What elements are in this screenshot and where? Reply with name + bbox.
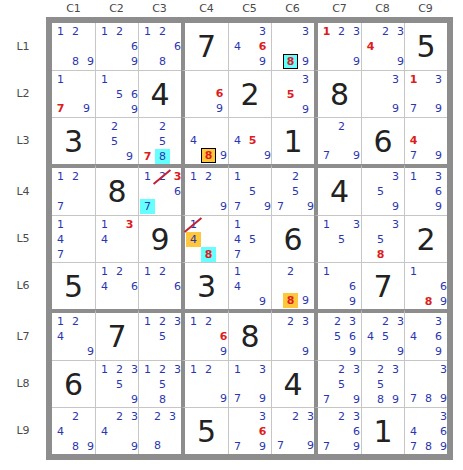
candidate-1[interactable]: 1 [186, 217, 201, 232]
cell-L2C2[interactable]: 1569 [95, 70, 138, 117]
candidate-1[interactable]: 1 [97, 24, 112, 39]
candidate-9[interactable]: 9 [349, 439, 364, 454]
cell-L2C7[interactable]: 8 [314, 70, 361, 117]
cell-L7C7[interactable]: 23569 [314, 309, 361, 360]
cell-L4C6[interactable]: 2579 [271, 164, 314, 215]
candidate-3[interactable]: 3 [388, 217, 403, 232]
candidate-2[interactable]: 2 [283, 314, 298, 329]
candidate-4[interactable]: 4 [406, 133, 421, 148]
cell-L6C1[interactable]: 5 [52, 262, 95, 309]
cell-L5C3[interactable]: 9 [138, 215, 181, 262]
candidate-5[interactable]: 5 [330, 329, 345, 344]
candidate-4[interactable]: 4 [186, 133, 201, 148]
candidate-2[interactable]: 2 [378, 24, 393, 39]
candidate-3[interactable]: 3 [170, 169, 185, 184]
candidate-5[interactable]: 5 [373, 377, 388, 392]
candidate-6[interactable]: 6 [170, 39, 185, 54]
cell-L5C9[interactable]: 2 [404, 215, 447, 262]
candidate-4[interactable]: 4 [230, 232, 245, 247]
cell-L8C9[interactable]: 3789 [404, 360, 447, 407]
cell-L9C4[interactable]: 5 [181, 407, 228, 454]
cell-L9C7[interactable]: 23679 [314, 407, 361, 454]
candidate-7[interactable]: 7 [230, 199, 245, 214]
candidate-8[interactable]: 8 [68, 439, 83, 454]
candidate-6[interactable]: 6 [436, 424, 451, 439]
candidate-7[interactable]: 7 [230, 247, 245, 262]
candidate-4[interactable]: 4 [53, 329, 68, 344]
candidate-2[interactable]: 2 [155, 264, 170, 279]
cell-L7C4[interactable]: 1269 [181, 309, 228, 360]
candidate-3[interactable]: 3 [298, 72, 313, 87]
cell-L6C9[interactable]: 1689 [404, 262, 447, 309]
cell-L6C2[interactable]: 1246 [95, 262, 138, 309]
candidate-5[interactable]: 5 [334, 377, 349, 392]
candidate-5[interactable]: 5 [245, 133, 260, 148]
candidate-6[interactable]: 6 [255, 424, 270, 439]
candidate-2[interactable]: 2 [201, 314, 216, 329]
candidate-3[interactable]: 3 [431, 169, 446, 184]
candidate-2[interactable]: 2 [68, 24, 83, 39]
candidate-7[interactable]: 7 [319, 392, 334, 407]
cell-L8C1[interactable]: 6 [52, 360, 95, 407]
candidate-9[interactable]: 9 [303, 199, 318, 214]
candidate-9[interactable]: 9 [393, 54, 408, 69]
candidate-3[interactable]: 3 [388, 72, 403, 87]
candidate-pos-2 [199, 72, 212, 86]
cell-L9C8[interactable]: 1 [361, 407, 404, 454]
candidate-1[interactable]: 1 [406, 169, 421, 184]
cell-L4C1[interactable]: 127 [52, 164, 95, 215]
candidate-3[interactable]: 3 [122, 217, 137, 232]
candidate-2[interactable]: 2 [373, 362, 388, 377]
candidate-9[interactable]: 9 [260, 148, 275, 163]
candidate-1[interactable]: 1 [97, 72, 112, 87]
cell-L5C5[interactable]: 1457 [228, 215, 271, 262]
candidate-7[interactable]: 7 [406, 439, 421, 454]
candidate-6[interactable]: 6 [345, 329, 360, 344]
cell-L7C5[interactable]: 8 [228, 309, 271, 360]
candidate-7[interactable]: 7 [273, 199, 288, 214]
candidate-5[interactable]: 5 [155, 134, 170, 149]
candidate-9[interactable]: 9 [298, 102, 313, 117]
candidate-2[interactable]: 2 [334, 24, 349, 39]
cell-L3C2[interactable]: 259 [95, 117, 138, 164]
cell-L1C3[interactable]: 1268 [138, 23, 181, 70]
candidate-2[interactable]: 2 [150, 409, 165, 424]
candidate-9[interactable]: 9 [436, 439, 451, 454]
candidate-9[interactable]: 9 [436, 391, 451, 406]
cell-L3C4[interactable]: 489 [181, 117, 228, 164]
candidate-7[interactable]: 7 [140, 149, 155, 164]
candidate-7[interactable]: 7 [53, 199, 68, 214]
candidate-4[interactable]: 4 [406, 424, 421, 439]
cell-L7C9[interactable]: 3469 [404, 309, 447, 360]
candidate-5[interactable]: 5 [245, 232, 260, 247]
cell-L1C6[interactable]: 389 [271, 23, 314, 70]
cell-L3C7[interactable]: 279 [314, 117, 361, 164]
cell-L2C3[interactable]: 4 [138, 70, 181, 117]
candidate-9[interactable]: 9 [349, 148, 364, 163]
candidate-pos-1: 1 [230, 217, 245, 232]
candidate-9[interactable]: 9 [345, 294, 360, 309]
candidate-8[interactable]: 8 [201, 247, 216, 262]
candidate-9[interactable]: 9 [255, 294, 270, 309]
candidate-8[interactable]: 8 [155, 54, 170, 69]
candidate-2[interactable]: 2 [201, 169, 216, 184]
candidate-3[interactable]: 3 [298, 24, 313, 39]
candidate-9[interactable]: 9 [83, 344, 98, 359]
candidate-5[interactable]: 5 [155, 377, 170, 392]
candidate-1[interactable]: 1 [319, 24, 334, 39]
candidate-3[interactable]: 3 [349, 217, 364, 232]
cell-L1C5[interactable]: 3469 [228, 23, 271, 70]
cell-L6C5[interactable]: 149 [228, 262, 271, 309]
cell-L8C8[interactable]: 23589 [361, 360, 404, 407]
candidate-1[interactable]: 1 [53, 24, 68, 39]
candidate-3[interactable]: 3 [345, 314, 360, 329]
candidate-5[interactable]: 5 [378, 329, 393, 344]
cell-L5C1[interactable]: 147 [52, 215, 95, 262]
candidate-1[interactable]: 1 [230, 217, 245, 232]
candidate-pos-6 [165, 424, 180, 438]
candidate-4[interactable]: 4 [97, 424, 112, 439]
candidate-4[interactable]: 4 [230, 133, 245, 148]
candidate-9[interactable]: 9 [388, 199, 403, 214]
cell-L1C8[interactable]: 2349 [361, 23, 404, 70]
candidate-2[interactable]: 2 [68, 169, 83, 184]
candidate-1[interactable]: 1 [97, 217, 112, 232]
candidate-4[interactable]: 4 [363, 39, 378, 54]
candidate-1[interactable]: 1 [186, 362, 201, 377]
candidate-8[interactable]: 8 [421, 294, 436, 309]
cell-L3C6[interactable]: 1 [271, 117, 314, 164]
candidate-7[interactable]: 7 [406, 391, 421, 406]
cell-L7C6[interactable]: 239 [271, 309, 314, 360]
candidate-6[interactable]: 6 [345, 279, 360, 294]
candidate-1[interactable]: 1 [53, 169, 68, 184]
candidate-7[interactable]: 7 [319, 439, 334, 454]
candidate-2[interactable]: 2 [155, 362, 170, 377]
candidate-4[interactable]: 4 [230, 279, 245, 294]
candidate-2[interactable]: 2 [112, 409, 127, 424]
candidate-9[interactable]: 9 [349, 392, 364, 407]
candidate-4[interactable]: 4 [186, 232, 201, 247]
candidate-2[interactable]: 2 [155, 169, 170, 184]
candidate-8[interactable]: 8 [283, 54, 298, 69]
candidate-5[interactable]: 5 [112, 377, 127, 392]
candidate-1[interactable]: 1 [230, 169, 245, 184]
candidate-8[interactable]: 8 [155, 149, 170, 164]
candidate-6[interactable]: 6 [127, 87, 142, 102]
candidate-pos-3: 3 [170, 169, 185, 184]
candidate-1[interactable]: 1 [53, 72, 68, 87]
candidate-2[interactable]: 2 [334, 119, 349, 134]
cell-L5C4[interactable]: 148 [181, 215, 228, 262]
candidate-9[interactable]: 9 [303, 438, 318, 453]
cell-L6C3[interactable]: 126 [138, 262, 181, 309]
cell-L6C8[interactable]: 7 [361, 262, 404, 309]
candidate-9[interactable]: 9 [255, 54, 270, 69]
candidate-9[interactable]: 9 [216, 391, 231, 406]
candidate-1[interactable]: 1 [97, 362, 112, 377]
candidate-1[interactable]: 1 [230, 362, 245, 377]
candidate-7[interactable]: 7 [53, 247, 68, 262]
candidate-9[interactable]: 9 [431, 148, 446, 163]
candidate-3[interactable]: 3 [436, 362, 451, 377]
candidate-2[interactable]: 2 [112, 264, 127, 279]
cell-L9C6[interactable]: 2379 [271, 407, 314, 454]
cell-L3C5[interactable]: 459 [228, 117, 271, 164]
candidate-pos-5 [150, 424, 165, 438]
candidate-2[interactable]: 2 [334, 362, 349, 377]
candidate-2[interactable]: 2 [283, 264, 298, 279]
cell-L9C1[interactable]: 2489 [52, 407, 95, 454]
candidate-5[interactable]: 5 [112, 87, 127, 102]
candidate-1[interactable]: 1 [140, 169, 155, 184]
cell-L6C4[interactable]: 3 [181, 262, 228, 309]
cell-L4C2[interactable]: 8 [95, 164, 138, 215]
candidate-pos-3: 3 [349, 409, 364, 424]
cell-L1C9[interactable]: 5 [404, 23, 447, 70]
cell-L3C1[interactable]: 3 [52, 117, 95, 164]
cell-L4C3[interactable]: 12367 [138, 164, 181, 215]
candidate-pos-1 [363, 314, 378, 329]
candidate-1[interactable]: 1 [406, 72, 421, 87]
cell-L1C4[interactable]: 7 [181, 23, 228, 70]
candidate-5[interactable]: 5 [245, 184, 260, 199]
candidate-5[interactable]: 5 [283, 87, 298, 102]
candidate-8[interactable]: 8 [373, 392, 388, 407]
candidate-4[interactable]: 4 [230, 39, 245, 54]
candidate-2[interactable]: 2 [155, 24, 170, 39]
cell-L9C9[interactable]: 346789 [404, 407, 447, 454]
cell-L9C2[interactable]: 2349 [95, 407, 138, 454]
candidate-2[interactable]: 2 [155, 314, 170, 329]
candidate-8[interactable]: 8 [421, 391, 436, 406]
cell-L5C6[interactable]: 6 [271, 215, 314, 262]
candidate-9[interactable]: 9 [127, 102, 142, 117]
candidate-9[interactable]: 9 [298, 344, 313, 359]
candidate-4[interactable]: 4 [363, 329, 378, 344]
candidate-3[interactable]: 3 [298, 314, 313, 329]
candidate-1[interactable]: 1 [319, 217, 334, 232]
candidate-3[interactable]: 3 [388, 169, 403, 184]
cell-L5C2[interactable]: 134 [95, 215, 138, 262]
candidate-3[interactable]: 3 [349, 24, 364, 39]
candidate-9[interactable]: 9 [216, 344, 231, 359]
candidate-8[interactable]: 8 [201, 148, 216, 163]
candidate-3[interactable]: 3 [303, 409, 318, 424]
candidate-6[interactable]: 6 [170, 279, 185, 294]
cell-L1C2[interactable]: 1269 [95, 23, 138, 70]
cell-L8C4[interactable]: 129 [181, 360, 228, 407]
cell-L1C1[interactable]: 1289 [52, 23, 95, 70]
candidate-1[interactable]: 1 [140, 362, 155, 377]
candidate-5[interactable]: 5 [373, 184, 388, 199]
candidate-9[interactable]: 9 [122, 149, 137, 164]
cell-L6C6[interactable]: 289 [271, 262, 314, 309]
candidate-3[interactable]: 3 [170, 362, 185, 377]
cell-L9C5[interactable]: 3679 [228, 407, 271, 454]
candidate-2[interactable]: 2 [334, 409, 349, 424]
cell-L2C8[interactable]: 39 [361, 70, 404, 117]
candidate-9[interactable]: 9 [255, 391, 270, 406]
candidate-8[interactable]: 8 [373, 247, 388, 262]
candidate-4[interactable]: 4 [53, 232, 68, 247]
candidate-2[interactable]: 2 [68, 409, 83, 424]
candidate-9[interactable]: 9 [216, 199, 231, 214]
candidate-8[interactable]: 8 [68, 54, 83, 69]
cell-L2C1[interactable]: 179 [52, 70, 95, 117]
candidate-5[interactable]: 5 [288, 184, 303, 199]
candidate-8[interactable]: 8 [155, 392, 170, 407]
candidate-5[interactable]: 5 [107, 134, 122, 149]
col-label-C6: C6 [271, 0, 314, 17]
candidate-7[interactable]: 7 [406, 101, 421, 116]
candidate-2[interactable]: 2 [68, 314, 83, 329]
cell-L8C6[interactable]: 4 [271, 360, 314, 407]
candidate-1[interactable]: 1 [140, 264, 155, 279]
candidate-6[interactable]: 6 [212, 86, 227, 101]
candidate-6[interactable]: 6 [431, 329, 446, 344]
candidate-7[interactable]: 7 [230, 439, 245, 454]
cell-L3C3[interactable]: 2578 [138, 117, 181, 164]
cell-L4C4[interactable]: 129 [181, 164, 228, 215]
candidate-2[interactable]: 2 [288, 409, 303, 424]
candidate-3[interactable]: 3 [255, 409, 270, 424]
candidate-4[interactable]: 4 [97, 232, 112, 247]
cell-L1C7[interactable]: 1239 [314, 23, 361, 70]
candidate-3[interactable]: 3 [165, 409, 180, 424]
candidate-8[interactable]: 8 [150, 438, 165, 453]
candidate-1[interactable]: 1 [186, 314, 201, 329]
cell-L2C4[interactable]: 69 [181, 70, 228, 117]
candidate-6[interactable]: 6 [170, 184, 185, 199]
candidate-3[interactable]: 3 [349, 362, 364, 377]
cell-L5C7[interactable]: 135 [314, 215, 361, 262]
candidate-9[interactable]: 9 [431, 344, 446, 359]
candidate-7[interactable]: 7 [140, 199, 155, 214]
candidate-3[interactable]: 3 [431, 72, 446, 87]
candidate-1[interactable]: 1 [319, 264, 334, 279]
candidate-9[interactable]: 9 [388, 101, 403, 116]
candidate-2[interactable]: 2 [112, 24, 127, 39]
candidate-5[interactable]: 5 [334, 232, 349, 247]
candidate-9[interactable]: 9 [212, 101, 227, 116]
candidate-5[interactable]: 5 [155, 329, 170, 344]
candidate-7[interactable]: 7 [319, 148, 334, 163]
cell-L8C5[interactable]: 1379 [228, 360, 271, 407]
candidate-7[interactable]: 7 [230, 391, 245, 406]
candidate-6[interactable]: 6 [216, 329, 231, 344]
candidate-9[interactable]: 9 [83, 54, 98, 69]
cell-L9C3[interactable]: 238 [138, 407, 181, 454]
candidate-7[interactable]: 7 [406, 148, 421, 163]
candidate-9[interactable]: 9 [79, 101, 94, 116]
candidate-3[interactable]: 3 [393, 24, 408, 39]
candidate-9[interactable]: 9 [298, 293, 313, 308]
candidate-8[interactable]: 8 [283, 293, 298, 308]
candidate-8[interactable]: 8 [421, 439, 436, 454]
cell-L7C1[interactable]: 1249 [52, 309, 95, 360]
candidate-1[interactable]: 1 [230, 264, 245, 279]
candidate-9[interactable]: 9 [345, 344, 360, 359]
candidate-1[interactable]: 1 [140, 24, 155, 39]
candidate-3[interactable]: 3 [255, 362, 270, 377]
candidate-6[interactable]: 6 [431, 184, 446, 199]
cell-L7C8[interactable]: 23459 [361, 309, 404, 360]
candidate-9[interactable]: 9 [83, 439, 98, 454]
cell-L2C6[interactable]: 359 [271, 70, 314, 117]
candidate-1[interactable]: 1 [140, 314, 155, 329]
candidate-4[interactable]: 4 [97, 279, 112, 294]
candidate-1[interactable]: 1 [406, 264, 421, 279]
candidate-3[interactable]: 3 [388, 362, 403, 377]
cell-L8C2[interactable]: 12359 [95, 360, 138, 407]
candidate-2[interactable]: 2 [112, 362, 127, 377]
candidate-4[interactable]: 4 [406, 329, 421, 344]
cell-L5C8[interactable]: 358 [361, 215, 404, 262]
cell-L4C9[interactable]: 1369 [404, 164, 447, 215]
candidate-6[interactable]: 6 [349, 424, 364, 439]
cell-L6C7[interactable]: 169 [314, 262, 361, 309]
candidate-9[interactable]: 9 [388, 392, 403, 407]
candidate-1[interactable]: 1 [53, 217, 68, 232]
candidate-9[interactable]: 9 [431, 101, 446, 116]
candidate-2[interactable]: 2 [201, 362, 216, 377]
candidate-9[interactable]: 9 [216, 148, 231, 163]
candidate-3[interactable]: 3 [349, 409, 364, 424]
candidate-9[interactable]: 9 [298, 54, 313, 69]
cell-L8C7[interactable]: 23579 [314, 360, 361, 407]
candidate-1[interactable]: 1 [97, 264, 112, 279]
cell-L4C7[interactable]: 4 [314, 164, 361, 215]
candidate-7[interactable]: 7 [53, 101, 68, 116]
cell-L2C9[interactable]: 1379 [404, 70, 447, 117]
cell-L8C3[interactable]: 12358 [138, 360, 181, 407]
candidate-6[interactable]: 6 [255, 39, 270, 54]
candidate-9[interactable]: 9 [349, 54, 364, 69]
candidate-4[interactable]: 4 [53, 424, 68, 439]
candidate-1[interactable]: 1 [186, 169, 201, 184]
cell-L3C9[interactable]: 479 [404, 117, 447, 164]
candidate-3[interactable]: 3 [170, 314, 185, 329]
candidate-2[interactable]: 2 [107, 119, 122, 134]
cell-L4C5[interactable]: 1579 [228, 164, 271, 215]
cell-L7C2[interactable]: 7 [95, 309, 138, 360]
candidate-9[interactable]: 9 [436, 294, 451, 309]
candidate-5[interactable]: 5 [373, 232, 388, 247]
candidate-6[interactable]: 6 [436, 279, 451, 294]
candidate-3[interactable]: 3 [436, 409, 451, 424]
candidate-3[interactable]: 3 [255, 24, 270, 39]
candidate-2[interactable]: 2 [330, 314, 345, 329]
cell-L4C8[interactable]: 359 [361, 164, 404, 215]
candidate-pos-2 [68, 217, 81, 232]
candidate-2[interactable]: 2 [288, 169, 303, 184]
candidate-7[interactable]: 7 [273, 438, 288, 453]
candidate-3[interactable]: 3 [431, 314, 446, 329]
cell-L3C8[interactable]: 6 [361, 117, 404, 164]
cell-L2C5[interactable]: 2 [228, 70, 271, 117]
candidate-pos-3: 3 [388, 217, 403, 232]
candidate-2[interactable]: 2 [378, 314, 393, 329]
candidate-2[interactable]: 2 [155, 119, 170, 134]
candidate-9[interactable]: 9 [255, 439, 270, 454]
cell-L7C3[interactable]: 1235 [138, 309, 181, 360]
candidate-1[interactable]: 1 [53, 314, 68, 329]
candidate-9[interactable]: 9 [431, 199, 446, 214]
